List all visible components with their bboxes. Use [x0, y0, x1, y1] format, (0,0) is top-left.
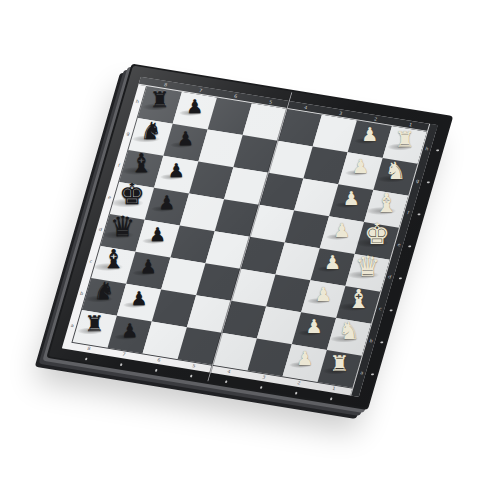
frame-stud: [295, 392, 298, 395]
frame-stud: [408, 245, 411, 248]
coord-label-top-1: 1: [408, 122, 413, 129]
coord-label-right-h: h: [425, 145, 430, 152]
coord-label-top-7: 7: [198, 87, 203, 94]
coord-label-top-2: 2: [373, 116, 378, 123]
frame-stud: [380, 341, 383, 344]
coord-label-right-f: f: [407, 209, 410, 215]
coord-label-right-g: g: [415, 177, 420, 184]
coord-label-right-b: b: [369, 337, 374, 344]
frame-stud: [260, 386, 263, 389]
frame-stud: [225, 380, 228, 383]
coord-label-right-a: a: [360, 369, 365, 376]
coord-label-top-6: 6: [233, 93, 238, 100]
coord-label-top-4: 4: [303, 105, 308, 112]
frame-stud: [427, 181, 430, 184]
frame-stud: [330, 397, 333, 400]
product-photo-scene: 87654321 hgfedcba 87654321hgfedcba ♜♞♝♛♚…: [0, 0, 500, 500]
coord-label-top-5: 5: [268, 99, 273, 106]
frame-stud: [417, 213, 420, 216]
frame-stud: [436, 149, 439, 152]
frame-stud: [371, 373, 374, 376]
coord-label-right-c: c: [378, 305, 382, 311]
frame-stud: [399, 277, 402, 280]
frame-stud: [155, 369, 158, 372]
frame-stud: [389, 309, 392, 312]
frame-stud: [120, 363, 123, 366]
frame-stud: [190, 375, 193, 378]
coord-label-right-e: e: [397, 241, 402, 248]
coord-label-top-8: 8: [163, 82, 168, 89]
coord-label-top-3: 3: [338, 110, 343, 117]
frame-stud: [85, 357, 88, 360]
chess-board: 87654321 hgfedcba 87654321hgfedcba: [46, 64, 453, 410]
coord-label-right-d: d: [387, 273, 392, 280]
